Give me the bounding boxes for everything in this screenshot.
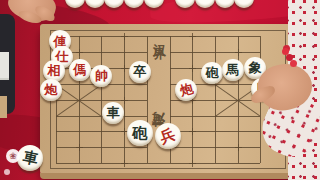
point-marker	[192, 128, 193, 135]
xiangqi-piece-red: 兵	[155, 123, 181, 149]
xiangqi-piece-black: 馬	[222, 59, 244, 81]
river-label-hanjie: 汉界	[150, 34, 168, 80]
video-frame: 汉界 楚河 俥仕相炮傌帥炮兵卒砲馬象馬車砲車 ❀	[0, 0, 320, 180]
grid-line	[56, 36, 260, 37]
grid-line	[170, 147, 261, 148]
piece-character: 卒	[133, 65, 146, 78]
point-marker	[124, 160, 125, 167]
piece-character: 帥	[95, 69, 108, 82]
watermark-dot	[4, 169, 10, 175]
piece-character: 車	[107, 106, 120, 119]
piece-character: 車	[21, 149, 39, 167]
captured-piece	[104, 0, 124, 8]
point-marker	[238, 49, 239, 56]
point-marker	[124, 65, 125, 72]
xiangqi-piece-black: 砲	[201, 62, 223, 84]
grid-line	[56, 163, 260, 164]
captured-piece	[85, 0, 105, 8]
piece-character: 相	[48, 64, 61, 77]
point-marker	[192, 65, 193, 72]
point-marker	[238, 144, 239, 151]
grid-line	[170, 131, 261, 132]
xiangqi-piece-black: 砲	[127, 120, 153, 146]
piece-character: 炮	[178, 82, 194, 98]
piece-character: 炮	[45, 83, 58, 96]
piece-character: 砲	[205, 66, 218, 79]
piece-character: 馬	[226, 63, 239, 76]
xiangqi-piece-red: 炮	[40, 79, 62, 101]
grid-line	[56, 100, 147, 101]
piece-character: 傌	[73, 63, 86, 76]
point-marker	[124, 33, 125, 40]
point-marker	[79, 49, 80, 56]
piece-character: 象	[249, 61, 262, 74]
red-bead-bracelet	[282, 48, 289, 55]
watermark-badge: ❀	[6, 149, 20, 163]
piece-character: 砲	[132, 126, 147, 141]
captured-piece	[65, 0, 85, 8]
piece-character: 兵	[158, 127, 177, 146]
point-marker	[124, 128, 125, 135]
grid-line	[56, 147, 147, 148]
xiangqi-piece-black: 卒	[129, 61, 151, 83]
grid-line	[147, 36, 148, 163]
xiangqi-piece-red: 炮	[175, 79, 197, 101]
paper-stack	[0, 52, 9, 78]
xiangqi-piece-red: 傌	[69, 59, 91, 81]
grid-line	[170, 52, 261, 53]
point-marker	[124, 97, 125, 104]
captured-piece	[124, 0, 144, 8]
table-edge-object	[0, 96, 7, 118]
xiangqi-piece-black: 車	[17, 145, 43, 171]
xiangqi-piece-red: 帥	[90, 65, 112, 87]
point-marker	[79, 144, 80, 151]
xiangqi-piece-black: 車	[102, 102, 124, 124]
point-marker	[192, 160, 193, 167]
point-marker	[192, 33, 193, 40]
